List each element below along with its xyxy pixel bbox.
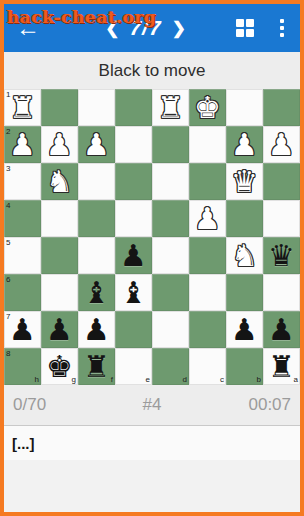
square-h2[interactable]: 2♟ [4,126,41,163]
square-f7[interactable]: ♟ [78,311,115,348]
square-f3[interactable] [78,163,115,200]
square-e6[interactable]: ♝ [115,274,152,311]
timer: 00:07 [198,395,300,415]
file-label: c [220,375,224,384]
square-g6[interactable] [41,274,78,311]
overflow-menu-icon[interactable] [280,19,284,37]
square-g4[interactable] [41,200,78,237]
black-pawn[interactable]: ♟ [231,311,258,348]
apps-grid-icon[interactable] [236,19,254,37]
square-d6[interactable] [152,274,189,311]
moves-panel[interactable]: [...] [4,425,300,460]
square-a1[interactable] [263,89,300,126]
square-h6[interactable]: 6 [4,274,41,311]
square-d4[interactable] [152,200,189,237]
chevron-right-icon[interactable]: ❯ [172,18,186,39]
square-f4[interactable] [78,200,115,237]
black-pawn[interactable]: ♟ [46,311,73,348]
square-g8[interactable]: g♚ [41,348,78,385]
black-king[interactable]: ♚ [46,348,73,385]
black-bishop[interactable]: ♝ [120,274,147,311]
rank-label: 8 [6,349,10,358]
white-pawn[interactable]: ♟ [46,126,73,163]
square-d1[interactable]: ♜ [152,89,189,126]
rank-label: 7 [6,312,10,321]
puzzle-number: #4 [106,395,199,415]
white-pawn[interactable]: ♟ [9,126,36,163]
back-arrow-icon[interactable]: ← [16,4,40,52]
square-g1[interactable] [41,89,78,126]
square-f8[interactable]: f♜ [78,348,115,385]
square-a4[interactable] [263,200,300,237]
chevron-left-icon[interactable]: ❮ [105,18,119,39]
puzzle-navigation: ❮ 7/7 ❯ [105,4,186,52]
white-rook[interactable]: ♜ [9,89,36,126]
square-f5[interactable] [78,237,115,274]
square-g7[interactable]: ♟ [41,311,78,348]
square-h3[interactable]: 3 [4,163,41,200]
chess-board: 1♜♜♚2♟♟♟♟♟3♞♛4♟5♟♞♛6♝♝7♟♟♟♟♟8hg♚f♜edcba♜ [4,89,300,385]
square-h7[interactable]: 7♟ [4,311,41,348]
black-pawn[interactable]: ♟ [120,237,147,274]
file-label: f [111,375,113,384]
square-e5[interactable]: ♟ [115,237,152,274]
square-e4[interactable] [115,200,152,237]
file-label: e [146,375,150,384]
square-e8[interactable]: e [115,348,152,385]
status-bar: 0/70 #4 00:07 [4,385,300,425]
square-a8[interactable]: a♜ [263,348,300,385]
square-e3[interactable] [115,163,152,200]
white-pawn[interactable]: ♟ [194,200,221,237]
file-label: d [183,375,187,384]
rank-label: 2 [6,127,10,136]
square-c7[interactable] [189,311,226,348]
square-c2[interactable] [189,126,226,163]
square-a7[interactable]: ♟ [263,311,300,348]
white-knight[interactable]: ♞ [46,163,73,200]
black-queen[interactable]: ♛ [268,237,295,274]
rank-label: 6 [6,275,10,284]
square-c5[interactable] [189,237,226,274]
white-pawn[interactable]: ♟ [268,126,295,163]
square-b8[interactable]: b [226,348,263,385]
toolbar-actions [236,19,284,37]
square-f1[interactable] [78,89,115,126]
side-to-move-banner: Black to move [4,52,300,89]
file-label: h [35,375,39,384]
black-pawn[interactable]: ♟ [268,311,295,348]
square-b7[interactable]: ♟ [226,311,263,348]
square-e7[interactable] [115,311,152,348]
file-label: g [72,375,76,384]
square-a3[interactable] [263,163,300,200]
square-b4[interactable] [226,200,263,237]
square-f2[interactable]: ♟ [78,126,115,163]
white-pawn[interactable]: ♟ [83,126,110,163]
square-b1[interactable] [226,89,263,126]
app-window: hack-cheat.org ← ❮ 7/7 ❯ Black to move 1… [0,0,304,516]
square-c4[interactable]: ♟ [189,200,226,237]
square-b2[interactable]: ♟ [226,126,263,163]
square-g2[interactable]: ♟ [41,126,78,163]
rank-label: 3 [6,164,10,173]
square-e2[interactable] [115,126,152,163]
square-a6[interactable] [263,274,300,311]
toolbar: ← ❮ 7/7 ❯ [4,4,300,52]
score-counter: 0/70 [4,395,106,415]
square-e1[interactable] [115,89,152,126]
square-b5[interactable]: ♞ [226,237,263,274]
file-label: a [294,375,298,384]
square-h4[interactable]: 4 [4,200,41,237]
black-pawn[interactable]: ♟ [9,311,36,348]
square-a2[interactable]: ♟ [263,126,300,163]
white-pawn[interactable]: ♟ [231,126,258,163]
square-a5[interactable]: ♛ [263,237,300,274]
black-rook[interactable]: ♜ [83,348,110,385]
square-g5[interactable] [41,237,78,274]
black-rook[interactable]: ♜ [268,348,295,385]
square-f6[interactable]: ♝ [78,274,115,311]
square-g3[interactable]: ♞ [41,163,78,200]
square-d2[interactable] [152,126,189,163]
square-b6[interactable] [226,274,263,311]
square-h1[interactable]: 1♜ [4,89,41,126]
square-h5[interactable]: 5 [4,237,41,274]
rank-label: 4 [6,201,10,210]
white-king[interactable]: ♚ [194,89,221,126]
square-b3[interactable]: ♛ [226,163,263,200]
square-c6[interactable] [189,274,226,311]
square-c8[interactable]: c [189,348,226,385]
square-d8[interactable]: d [152,348,189,385]
square-d5[interactable] [152,237,189,274]
file-label: b [257,375,261,384]
white-rook[interactable]: ♜ [157,89,184,126]
square-c1[interactable]: ♚ [189,89,226,126]
black-bishop[interactable]: ♝ [83,274,110,311]
square-d7[interactable] [152,311,189,348]
square-c3[interactable] [189,163,226,200]
square-d3[interactable] [152,163,189,200]
white-queen[interactable]: ♛ [231,163,258,200]
square-h8[interactable]: 8h [4,348,41,385]
footer-area [4,460,300,512]
puzzle-counter: 7/7 [129,16,161,40]
white-knight[interactable]: ♞ [231,237,258,274]
rank-label: 5 [6,238,10,247]
rank-label: 1 [6,90,10,99]
black-pawn[interactable]: ♟ [83,311,110,348]
